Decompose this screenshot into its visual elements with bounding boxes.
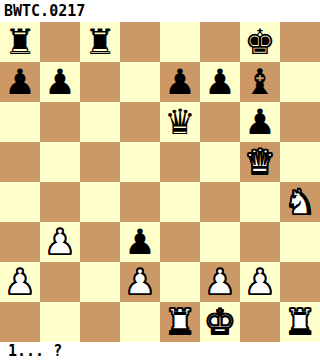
square-h8[interactable]	[280, 22, 320, 62]
square-f2[interactable]: ♟	[200, 262, 240, 302]
square-g5[interactable]: ♛	[240, 142, 280, 182]
square-c5[interactable]	[80, 142, 120, 182]
square-g4[interactable]	[240, 182, 280, 222]
black-pawn: ♟	[164, 62, 195, 102]
square-e3[interactable]	[160, 222, 200, 262]
square-f6[interactable]	[200, 102, 240, 142]
square-h6[interactable]	[280, 102, 320, 142]
black-pawn: ♟	[44, 62, 75, 102]
square-f7[interactable]: ♟	[200, 62, 240, 102]
chess-board: ♜♜♚♟♟♟♟♝♛♟♛♞♟♟♟♟♟♟♜♚♜	[0, 22, 320, 342]
square-g1[interactable]	[240, 302, 280, 342]
square-a7[interactable]: ♟	[0, 62, 40, 102]
square-b6[interactable]	[40, 102, 80, 142]
black-queen: ♛	[164, 102, 195, 142]
square-h5[interactable]	[280, 142, 320, 182]
square-b1[interactable]	[40, 302, 80, 342]
square-b2[interactable]	[40, 262, 80, 302]
square-e6[interactable]: ♛	[160, 102, 200, 142]
square-d7[interactable]	[120, 62, 160, 102]
square-f5[interactable]	[200, 142, 240, 182]
black-king: ♚	[244, 22, 275, 62]
black-pawn: ♟	[124, 222, 155, 262]
white-pawn: ♟	[244, 262, 275, 302]
square-g6[interactable]: ♟	[240, 102, 280, 142]
black-rook: ♜	[84, 22, 115, 62]
square-e2[interactable]	[160, 262, 200, 302]
square-g7[interactable]: ♝	[240, 62, 280, 102]
square-a1[interactable]	[0, 302, 40, 342]
square-d5[interactable]	[120, 142, 160, 182]
square-e7[interactable]: ♟	[160, 62, 200, 102]
square-e4[interactable]	[160, 182, 200, 222]
move-prompt: 1... ?	[0, 342, 320, 360]
square-e1[interactable]: ♜	[160, 302, 200, 342]
square-a3[interactable]	[0, 222, 40, 262]
square-c6[interactable]	[80, 102, 120, 142]
square-f8[interactable]	[200, 22, 240, 62]
square-h3[interactable]	[280, 222, 320, 262]
square-c7[interactable]	[80, 62, 120, 102]
square-h7[interactable]	[280, 62, 320, 102]
black-pawn: ♟	[4, 62, 35, 102]
square-h1[interactable]: ♜	[280, 302, 320, 342]
square-b5[interactable]	[40, 142, 80, 182]
square-d3[interactable]: ♟	[120, 222, 160, 262]
square-c8[interactable]: ♜	[80, 22, 120, 62]
square-h4[interactable]: ♞	[280, 182, 320, 222]
square-f4[interactable]	[200, 182, 240, 222]
white-pawn: ♟	[4, 262, 35, 302]
square-d4[interactable]	[120, 182, 160, 222]
square-d8[interactable]	[120, 22, 160, 62]
white-knight: ♞	[284, 182, 315, 222]
square-a6[interactable]	[0, 102, 40, 142]
black-pawn: ♟	[244, 102, 275, 142]
square-d1[interactable]	[120, 302, 160, 342]
square-a5[interactable]	[0, 142, 40, 182]
square-e5[interactable]	[160, 142, 200, 182]
square-c1[interactable]	[80, 302, 120, 342]
square-a2[interactable]: ♟	[0, 262, 40, 302]
square-b8[interactable]	[40, 22, 80, 62]
square-c4[interactable]	[80, 182, 120, 222]
square-e8[interactable]	[160, 22, 200, 62]
square-h2[interactable]	[280, 262, 320, 302]
white-king: ♚	[204, 302, 235, 342]
square-c3[interactable]	[80, 222, 120, 262]
square-g8[interactable]: ♚	[240, 22, 280, 62]
square-a4[interactable]	[0, 182, 40, 222]
square-f3[interactable]	[200, 222, 240, 262]
square-g3[interactable]	[240, 222, 280, 262]
square-g2[interactable]: ♟	[240, 262, 280, 302]
square-f1[interactable]: ♚	[200, 302, 240, 342]
square-c2[interactable]	[80, 262, 120, 302]
white-pawn: ♟	[44, 222, 75, 262]
square-d2[interactable]: ♟	[120, 262, 160, 302]
square-b3[interactable]: ♟	[40, 222, 80, 262]
white-rook: ♜	[164, 302, 195, 342]
puzzle-title: BWTC.0217	[0, 0, 320, 22]
square-b4[interactable]	[40, 182, 80, 222]
white-rook: ♜	[284, 302, 315, 342]
white-pawn: ♟	[204, 262, 235, 302]
black-bishop: ♝	[244, 62, 275, 102]
square-d6[interactable]	[120, 102, 160, 142]
square-a8[interactable]: ♜	[0, 22, 40, 62]
white-queen: ♛	[244, 142, 275, 182]
white-pawn: ♟	[124, 262, 155, 302]
black-rook: ♜	[4, 22, 35, 62]
black-pawn: ♟	[204, 62, 235, 102]
square-b7[interactable]: ♟	[40, 62, 80, 102]
